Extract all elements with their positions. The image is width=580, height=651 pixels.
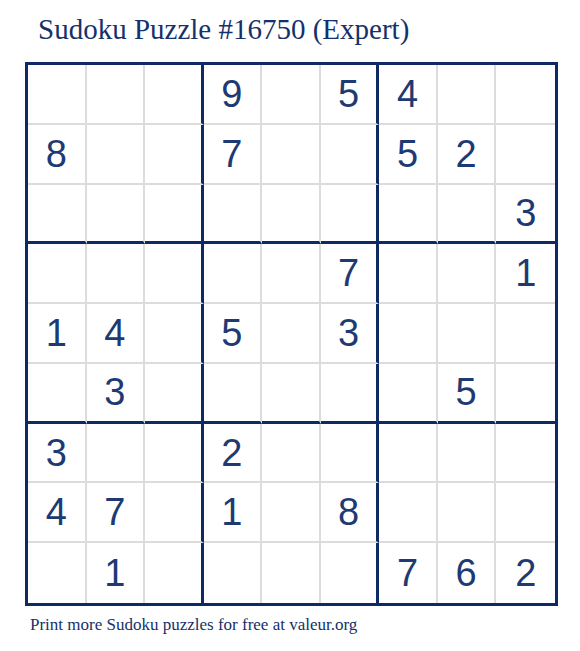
cell-r9c5-empty [262, 543, 321, 603]
cell-r6c7-empty [379, 364, 438, 424]
cell-r1c8-empty [438, 65, 497, 125]
cell-r7c9-empty [496, 424, 555, 484]
cell-r6c8-given-5: 5 [438, 364, 497, 424]
cell-r5c6-given-3: 3 [321, 304, 380, 364]
page-title: Sudoku Puzzle #16750 (Expert) [38, 13, 409, 46]
cell-r6c1-empty [28, 364, 87, 424]
cell-r4c1-empty [28, 244, 87, 304]
cell-r3c4-empty [204, 185, 263, 245]
cell-r5c8-empty [438, 304, 497, 364]
cell-r1c4-given-9: 9 [204, 65, 263, 125]
cell-r1c2-empty [87, 65, 146, 125]
cell-r8c2-given-7: 7 [87, 483, 146, 543]
cell-r4c7-empty [379, 244, 438, 304]
cell-r3c7-empty [379, 185, 438, 245]
cell-r6c9-empty [496, 364, 555, 424]
cell-r8c8-empty [438, 483, 497, 543]
cell-r5c7-empty [379, 304, 438, 364]
cell-r4c4-empty [204, 244, 263, 304]
cell-r2c2-empty [87, 125, 146, 185]
cell-r1c6-given-5: 5 [321, 65, 380, 125]
cell-r3c9-given-3: 3 [496, 185, 555, 245]
cell-r2c6-empty [321, 125, 380, 185]
cell-r3c8-empty [438, 185, 497, 245]
cell-r1c7-given-4: 4 [379, 65, 438, 125]
cell-r4c6-given-7: 7 [321, 244, 380, 304]
sudoku-board: 95487523711453353247181762 [25, 62, 558, 606]
cell-r2c9-empty [496, 125, 555, 185]
cell-r4c3-empty [145, 244, 204, 304]
cell-r8c4-given-1: 1 [204, 483, 263, 543]
cell-r2c7-given-5: 5 [379, 125, 438, 185]
cell-r1c9-empty [496, 65, 555, 125]
cell-r5c3-empty [145, 304, 204, 364]
cell-r9c1-empty [28, 543, 87, 603]
cell-r1c1-empty [28, 65, 87, 125]
cell-r5c9-empty [496, 304, 555, 364]
cell-r3c1-empty [28, 185, 87, 245]
cell-r6c4-empty [204, 364, 263, 424]
cell-r9c7-given-7: 7 [379, 543, 438, 603]
cell-r3c2-empty [87, 185, 146, 245]
cell-r5c5-empty [262, 304, 321, 364]
cell-r6c6-empty [321, 364, 380, 424]
cell-r7c4-given-2: 2 [204, 424, 263, 484]
cell-r9c9-given-2: 2 [496, 543, 555, 603]
cell-r4c2-empty [87, 244, 146, 304]
cell-r5c2-given-4: 4 [87, 304, 146, 364]
cell-r2c5-empty [262, 125, 321, 185]
cell-r7c5-empty [262, 424, 321, 484]
cell-r8c6-given-8: 8 [321, 483, 380, 543]
cell-r7c2-empty [87, 424, 146, 484]
cell-r8c7-empty [379, 483, 438, 543]
cell-r6c3-empty [145, 364, 204, 424]
cell-r4c5-empty [262, 244, 321, 304]
cell-r6c5-empty [262, 364, 321, 424]
cell-r6c2-given-3: 3 [87, 364, 146, 424]
cell-r5c1-given-1: 1 [28, 304, 87, 364]
cell-r3c5-empty [262, 185, 321, 245]
cell-r9c6-empty [321, 543, 380, 603]
cell-r8c1-given-4: 4 [28, 483, 87, 543]
footer-text: Print more Sudoku puzzles for free at va… [30, 615, 357, 635]
cell-r7c7-empty [379, 424, 438, 484]
cell-r3c6-empty [321, 185, 380, 245]
cell-r1c5-empty [262, 65, 321, 125]
cell-r2c1-given-8: 8 [28, 125, 87, 185]
cell-r2c8-given-2: 2 [438, 125, 497, 185]
cell-r2c3-empty [145, 125, 204, 185]
cell-r7c6-empty [321, 424, 380, 484]
cell-r4c8-empty [438, 244, 497, 304]
cell-r7c3-empty [145, 424, 204, 484]
cell-r5c4-given-5: 5 [204, 304, 263, 364]
cell-r9c8-given-6: 6 [438, 543, 497, 603]
cell-r1c3-empty [145, 65, 204, 125]
cell-r9c3-empty [145, 543, 204, 603]
cell-r8c9-empty [496, 483, 555, 543]
cell-r2c4-given-7: 7 [204, 125, 263, 185]
cell-r9c4-empty [204, 543, 263, 603]
cell-r7c8-empty [438, 424, 497, 484]
cell-r3c3-empty [145, 185, 204, 245]
cell-r7c1-given-3: 3 [28, 424, 87, 484]
cell-r8c3-empty [145, 483, 204, 543]
cell-r4c9-given-1: 1 [496, 244, 555, 304]
cell-r8c5-empty [262, 483, 321, 543]
cell-r9c2-given-1: 1 [87, 543, 146, 603]
